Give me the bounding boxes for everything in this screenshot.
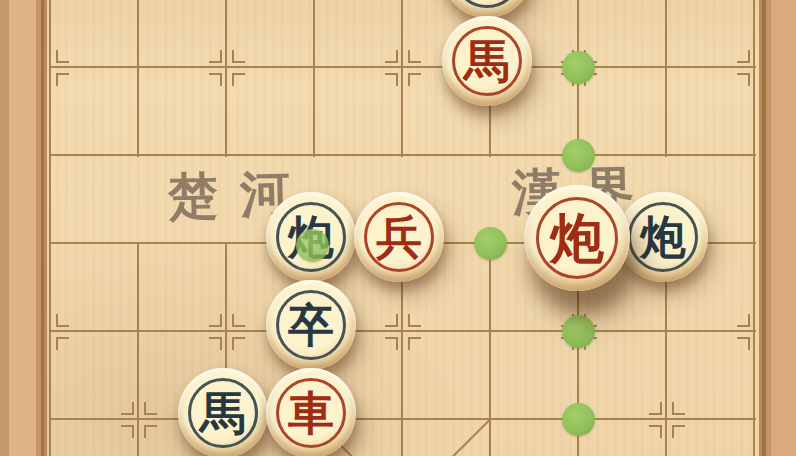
- grid-file-line: [489, 242, 491, 456]
- piece-black-soldier[interactable]: 卒: [266, 280, 356, 370]
- board-margin-left: [0, 0, 38, 456]
- piece-black-horse[interactable]: 馬: [178, 368, 268, 456]
- piece-glyph: 炮: [640, 214, 686, 260]
- piece-glyph: 馬: [464, 38, 510, 84]
- grid-file-line: [401, 0, 403, 157]
- move-hint-dot[interactable]: [562, 139, 595, 172]
- move-hint-dot[interactable]: [474, 227, 507, 260]
- board-frame-left: [36, 0, 47, 456]
- piece-glyph: 車: [288, 390, 334, 436]
- grid-file-line: [665, 0, 667, 157]
- grid-file-line: [753, 0, 755, 456]
- piece-glyph: 卒: [288, 302, 334, 348]
- board-frame-right: [759, 0, 771, 456]
- piece-glyph: 兵: [376, 214, 422, 260]
- piece-black-cannon[interactable]: 炮: [618, 192, 708, 282]
- piece-red-cannon[interactable]: 炮: [524, 185, 630, 291]
- piece-red-horse[interactable]: 馬: [442, 16, 532, 106]
- board-margin-right: [771, 0, 796, 456]
- xiangqi-board: 楚河 漢界 馬炮兵炮炮卒馬車: [0, 0, 796, 456]
- piece-glyph: 炮: [550, 211, 604, 265]
- capture-hint-dot[interactable]: [296, 229, 329, 262]
- grid-file-line: [313, 0, 315, 157]
- grid-file-line: [137, 242, 139, 456]
- piece-glyph: 馬: [200, 390, 246, 436]
- move-hint-dot[interactable]: [562, 51, 595, 84]
- grid-file-line: [225, 0, 227, 157]
- grid-file-line: [49, 0, 51, 456]
- move-hint-dot[interactable]: [562, 315, 595, 348]
- move-hint-dot[interactable]: [562, 403, 595, 436]
- grid-file-line: [137, 0, 139, 157]
- piece-red-soldier[interactable]: 兵: [354, 192, 444, 282]
- piece-red-chariot[interactable]: 車: [266, 368, 356, 456]
